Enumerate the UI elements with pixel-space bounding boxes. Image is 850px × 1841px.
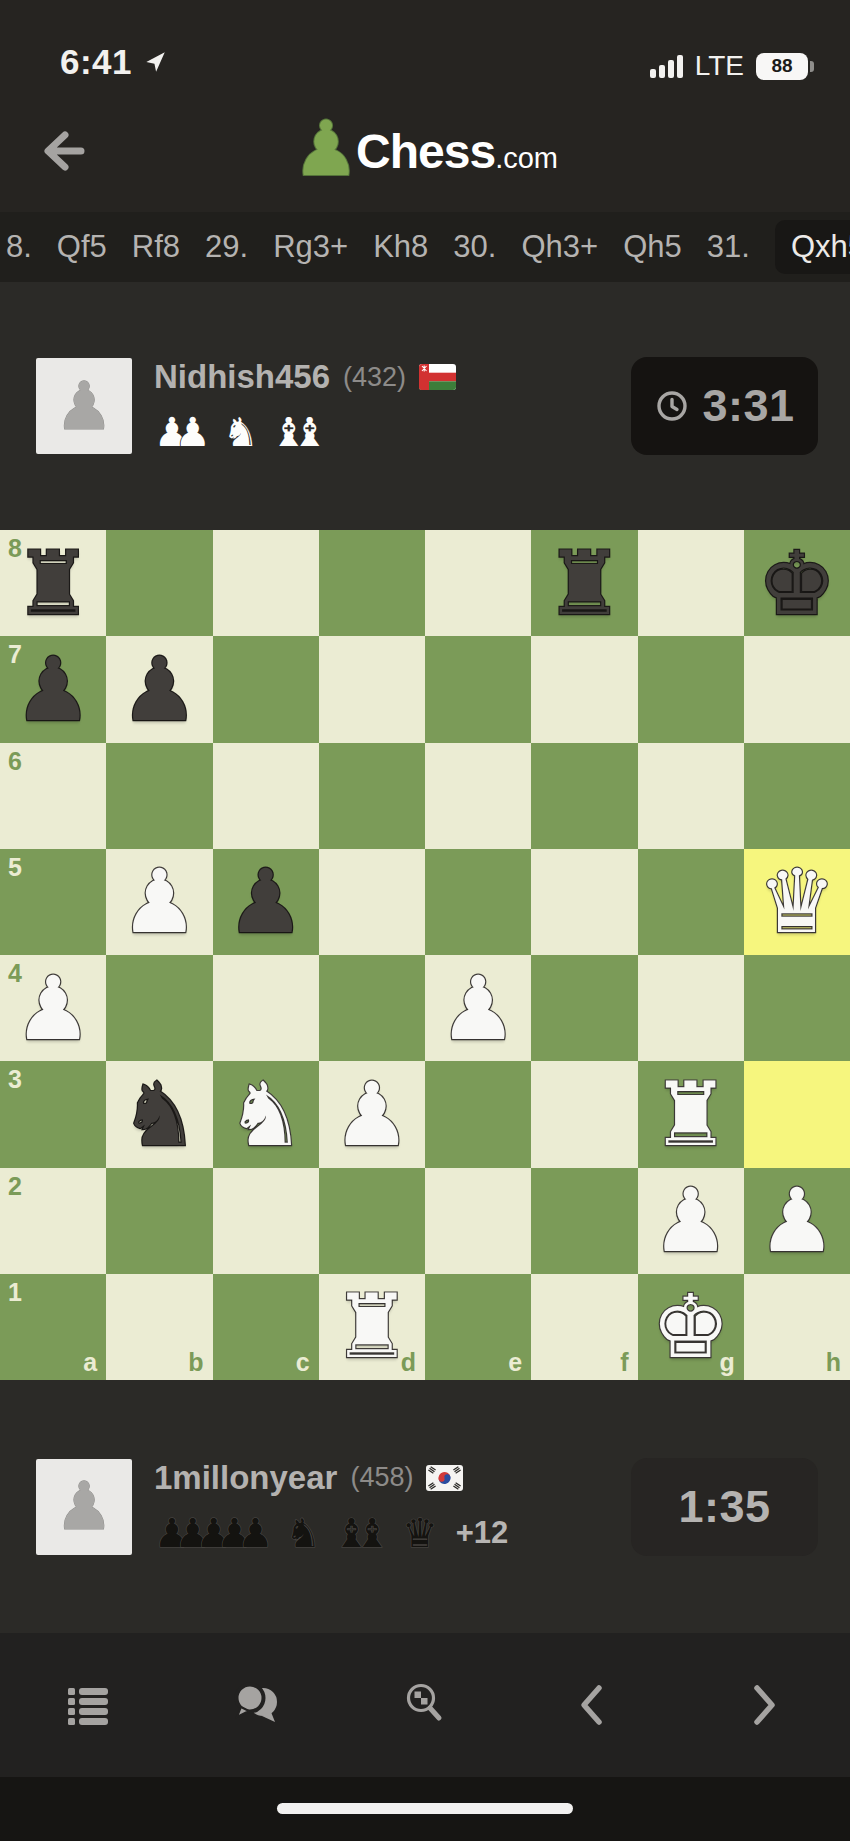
- avatar-pawn-icon: ♟: [54, 1468, 113, 1545]
- status-left: 6:41: [60, 42, 168, 82]
- piece-black-rook[interactable]: ♜: [531, 530, 637, 636]
- piece-white-king[interactable]: ♚: [638, 1274, 744, 1380]
- square-g2[interactable]: ♟: [638, 1168, 744, 1274]
- clock-time-top: 3:31: [702, 380, 794, 432]
- move-token[interactable]: Rg3+: [273, 229, 348, 265]
- logo-brand: Chess: [356, 124, 495, 179]
- square-d7[interactable]: [319, 636, 425, 742]
- square-e4[interactable]: ♟: [425, 955, 531, 1061]
- square-g8[interactable]: [638, 530, 744, 636]
- avatar-bottom[interactable]: ♟: [36, 1459, 132, 1555]
- logo-tld: .com: [495, 142, 558, 175]
- square-a3[interactable]: 3: [0, 1061, 106, 1167]
- square-d5[interactable]: [319, 849, 425, 955]
- square-d8[interactable]: [319, 530, 425, 636]
- coord-file-h: h: [826, 1348, 841, 1377]
- square-c7[interactable]: [213, 636, 319, 742]
- moves-list-button[interactable]: [60, 1677, 116, 1733]
- square-c1[interactable]: c: [213, 1274, 319, 1380]
- battery-icon: 88: [756, 53, 808, 80]
- captured-pawn-icon: ♟: [237, 1511, 273, 1555]
- avatar-pawn-icon: ♟: [54, 368, 113, 445]
- square-a6[interactable]: 6: [0, 743, 106, 849]
- location-arrow-icon: [142, 49, 168, 75]
- square-c6[interactable]: [213, 743, 319, 849]
- square-g3[interactable]: ♜: [638, 1061, 744, 1167]
- material-advantage: +12: [456, 1515, 509, 1551]
- coord-rank-1: 1: [8, 1278, 22, 1307]
- square-b7[interactable]: ♟: [106, 636, 212, 742]
- square-f8[interactable]: ♜: [531, 530, 637, 636]
- square-e6[interactable]: [425, 743, 531, 849]
- square-f1[interactable]: f: [531, 1274, 637, 1380]
- square-e2[interactable]: [425, 1168, 531, 1274]
- last-move-chip[interactable]: Qxh5#: [775, 220, 850, 274]
- player-rating-top: (432): [343, 362, 406, 393]
- square-d6[interactable]: [319, 743, 425, 849]
- square-d4[interactable]: [319, 955, 425, 1061]
- piece-black-knight[interactable]: ♞: [106, 1061, 212, 1167]
- coord-rank-6: 6: [8, 747, 22, 776]
- player-name-bottom[interactable]: 1millonyear: [154, 1459, 337, 1497]
- analysis-button[interactable]: [397, 1677, 453, 1733]
- square-a5[interactable]: 5: [0, 849, 106, 955]
- captured-group: ♟♟: [154, 410, 211, 454]
- home-strip: [0, 1777, 850, 1841]
- square-c8[interactable]: [213, 530, 319, 636]
- move-list-bar[interactable]: 8.Qf5Rf829.Rg3+Kh830.Qh3+Qh531.Qxh5#: [0, 212, 850, 282]
- captured-bishop-icon: ♝: [291, 410, 327, 454]
- captured-pawn-icon: ♟: [175, 410, 211, 454]
- square-b8[interactable]: [106, 530, 212, 636]
- square-f4[interactable]: [531, 955, 637, 1061]
- player-card-bottom: ♟ 1millonyear (458): [0, 1380, 850, 1633]
- square-g6[interactable]: [638, 743, 744, 849]
- square-b1[interactable]: b: [106, 1274, 212, 1380]
- captured-knight-icon: ♞: [285, 1511, 321, 1555]
- captured-group: ♞: [223, 410, 259, 454]
- signal-bars-icon: [650, 54, 683, 78]
- square-e5[interactable]: [425, 849, 531, 955]
- piece-white-rook[interactable]: ♜: [319, 1274, 425, 1380]
- square-g5[interactable]: [638, 849, 744, 955]
- square-b5[interactable]: ♟: [106, 849, 212, 955]
- piece-white-pawn[interactable]: ♟: [744, 1168, 850, 1274]
- square-b3[interactable]: ♞: [106, 1061, 212, 1167]
- back-arrow-icon: [35, 124, 89, 178]
- square-g1[interactable]: g♚: [638, 1274, 744, 1380]
- coord-file-f: f: [620, 1348, 628, 1377]
- captured-group: ♝♝: [333, 1511, 390, 1555]
- square-a7[interactable]: 7♟: [0, 636, 106, 742]
- player-card-top: ♟ Nidhish456 (432) ♟♟♞♝♝: [0, 282, 850, 530]
- square-a1[interactable]: 1a: [0, 1274, 106, 1380]
- move-token[interactable]: 31.: [707, 229, 750, 265]
- captured-bottom: ♟♟♟♟♟♞♝♝♛: [154, 1511, 450, 1555]
- square-a4[interactable]: 4♟: [0, 955, 106, 1061]
- piece-black-pawn[interactable]: ♟: [106, 636, 212, 742]
- square-e3[interactable]: [425, 1061, 531, 1167]
- move-token[interactable]: Qh3+: [521, 229, 598, 265]
- coord-file-c: c: [296, 1348, 310, 1377]
- square-d3[interactable]: ♟: [319, 1061, 425, 1167]
- move-token[interactable]: Rf8: [132, 229, 180, 265]
- piece-white-knight[interactable]: ♞: [213, 1061, 319, 1167]
- piece-white-pawn[interactable]: ♟: [106, 849, 212, 955]
- square-f2[interactable]: [531, 1168, 637, 1274]
- move-token[interactable]: Qf5: [57, 229, 107, 265]
- piece-white-pawn[interactable]: ♟: [638, 1168, 744, 1274]
- logo-pawn-icon: ♟: [292, 111, 360, 187]
- square-h3[interactable]: [744, 1061, 850, 1167]
- square-a8[interactable]: 8♜: [0, 530, 106, 636]
- oman-flag-icon: [419, 364, 456, 390]
- chesscom-logo: ♟ Chess .com: [292, 113, 558, 189]
- coord-file-b: b: [188, 1348, 203, 1377]
- coord-file-a: a: [83, 1348, 97, 1377]
- piece-white-pawn[interactable]: ♟: [425, 955, 531, 1061]
- square-b2[interactable]: [106, 1168, 212, 1274]
- chess-board: 8♜♜♚7♟♟65♟♟♛4♟♟3♞♞♟♜2♟♟1abcd♜efg♚h: [0, 530, 850, 1380]
- analysis-magnifier-icon: [398, 1678, 452, 1732]
- captured-group: ♝♝: [271, 410, 328, 454]
- square-d1[interactable]: d♜: [319, 1274, 425, 1380]
- next-move-button[interactable]: [734, 1677, 790, 1733]
- clock-time-bottom: 1:35: [678, 1481, 770, 1533]
- move-token[interactable]: 30.: [453, 229, 496, 265]
- chat-icon: [229, 1677, 285, 1733]
- player-name-top[interactable]: Nidhish456: [154, 358, 330, 396]
- piece-white-queen[interactable]: ♛: [744, 849, 850, 955]
- chess-app: 6:41 LTE 88 ♟ Chess .com: [0, 0, 850, 1841]
- square-e8[interactable]: [425, 530, 531, 636]
- square-b6[interactable]: [106, 743, 212, 849]
- chevron-right-icon: [736, 1679, 788, 1731]
- captured-knight-icon: ♞: [223, 410, 259, 454]
- square-h7[interactable]: [744, 636, 850, 742]
- square-d2[interactable]: [319, 1168, 425, 1274]
- square-h6[interactable]: [744, 743, 850, 849]
- square-c5[interactable]: ♟: [213, 849, 319, 955]
- square-g7[interactable]: [638, 636, 744, 742]
- coord-rank-5: 5: [8, 853, 22, 882]
- square-h4[interactable]: [744, 955, 850, 1061]
- piece-white-pawn[interactable]: ♟: [0, 955, 106, 1061]
- square-f3[interactable]: [531, 1061, 637, 1167]
- player-rating-bottom: (458): [350, 1462, 413, 1493]
- carrier-label: LTE: [695, 50, 744, 82]
- square-f5[interactable]: [531, 849, 637, 955]
- clock-icon: [654, 388, 690, 424]
- move-token[interactable]: 8.: [6, 229, 32, 265]
- south-korea-flag-icon: [426, 1465, 463, 1491]
- captured-bishop-icon: ♝: [354, 1511, 390, 1555]
- square-h5[interactable]: ♛: [744, 849, 850, 955]
- piece-white-pawn[interactable]: ♟: [319, 1061, 425, 1167]
- square-c4[interactable]: [213, 955, 319, 1061]
- coord-file-e: e: [508, 1348, 522, 1377]
- square-c2[interactable]: [213, 1168, 319, 1274]
- captured-group: ♟♟♟♟♟: [154, 1511, 273, 1555]
- square-c3[interactable]: ♞: [213, 1061, 319, 1167]
- square-h1[interactable]: h: [744, 1274, 850, 1380]
- coord-rank-2: 2: [8, 1172, 22, 1201]
- back-button[interactable]: [30, 119, 94, 183]
- coord-rank-3: 3: [8, 1065, 22, 1094]
- square-e7[interactable]: [425, 636, 531, 742]
- bottom-toolbar: [0, 1633, 850, 1777]
- square-a2[interactable]: 2: [0, 1168, 106, 1274]
- status-bar: 6:41 LTE 88: [0, 0, 850, 90]
- square-f7[interactable]: [531, 636, 637, 742]
- move-token[interactable]: Qh5: [623, 229, 682, 265]
- moves-list-icon: [62, 1679, 114, 1731]
- square-h2[interactable]: ♟: [744, 1168, 850, 1274]
- app-header: ♟ Chess .com: [0, 90, 850, 212]
- previous-move-button[interactable]: [566, 1677, 622, 1733]
- square-h8[interactable]: ♚: [744, 530, 850, 636]
- captured-group: ♞: [285, 1511, 321, 1555]
- chevron-left-icon: [568, 1679, 620, 1731]
- square-g4[interactable]: [638, 955, 744, 1061]
- square-b4[interactable]: [106, 955, 212, 1061]
- captured-queen-icon: ♛: [402, 1511, 438, 1555]
- chat-button[interactable]: [229, 1677, 285, 1733]
- captured-top: ♟♟♞♝♝: [154, 410, 456, 454]
- status-time: 6:41: [60, 42, 132, 82]
- piece-black-pawn[interactable]: ♟: [0, 636, 106, 742]
- battery-percent: 88: [771, 55, 792, 77]
- home-indicator[interactable]: [277, 1803, 573, 1814]
- square-e1[interactable]: e: [425, 1274, 531, 1380]
- move-token[interactable]: Kh8: [373, 229, 428, 265]
- piece-black-king[interactable]: ♚: [744, 530, 850, 636]
- clock-bottom: 1:35: [631, 1458, 818, 1556]
- status-right: LTE 88: [650, 50, 808, 82]
- piece-black-pawn[interactable]: ♟: [213, 849, 319, 955]
- move-token[interactable]: 29.: [205, 229, 248, 265]
- piece-white-rook[interactable]: ♜: [638, 1061, 744, 1167]
- captured-group: ♛: [402, 1511, 438, 1555]
- piece-black-rook[interactable]: ♜: [0, 530, 106, 636]
- clock-top: 3:31: [631, 357, 818, 455]
- square-f6[interactable]: [531, 743, 637, 849]
- avatar-top[interactable]: ♟: [36, 358, 132, 454]
